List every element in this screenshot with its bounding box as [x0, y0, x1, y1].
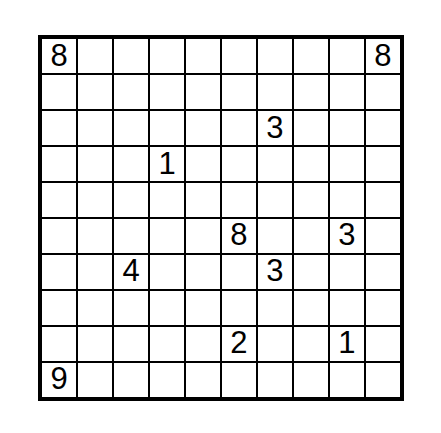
clue-number: 1	[158, 148, 175, 179]
cell[interactable]	[294, 327, 328, 361]
cell[interactable]: 8	[42, 39, 76, 73]
cell[interactable]	[42, 183, 76, 217]
clue-number: 3	[266, 112, 283, 143]
cell[interactable]	[222, 75, 256, 109]
cell[interactable]	[150, 291, 184, 325]
cell[interactable]	[294, 363, 328, 397]
cell[interactable]	[222, 111, 256, 145]
clue-number: 8	[51, 40, 68, 71]
cell[interactable]	[186, 183, 220, 217]
cell[interactable]	[42, 219, 76, 253]
cell[interactable]	[294, 111, 328, 145]
cell[interactable]	[330, 147, 364, 181]
cell[interactable]	[186, 147, 220, 181]
cell[interactable]	[150, 39, 184, 73]
cell[interactable]	[150, 219, 184, 253]
cell[interactable]	[150, 183, 184, 217]
cell[interactable]	[294, 219, 328, 253]
cell[interactable]	[366, 363, 400, 397]
cell[interactable]: 4	[114, 255, 148, 289]
cell[interactable]	[330, 255, 364, 289]
cell[interactable]	[78, 75, 112, 109]
cell[interactable]: 8	[366, 39, 400, 73]
puzzle-grid: 88318343219	[38, 35, 404, 401]
cell[interactable]: 1	[150, 147, 184, 181]
cell[interactable]	[42, 291, 76, 325]
cell[interactable]	[366, 111, 400, 145]
cell[interactable]: 9	[42, 363, 76, 397]
cell[interactable]	[114, 39, 148, 73]
cell[interactable]	[150, 363, 184, 397]
cell[interactable]	[150, 255, 184, 289]
cell[interactable]	[114, 75, 148, 109]
cell[interactable]	[186, 111, 220, 145]
cell[interactable]	[114, 327, 148, 361]
cell[interactable]	[366, 255, 400, 289]
clue-number: 8	[230, 219, 247, 250]
cell[interactable]	[258, 363, 292, 397]
clue-number: 2	[230, 327, 247, 358]
cell[interactable]	[78, 39, 112, 73]
cell[interactable]	[366, 291, 400, 325]
cell[interactable]	[78, 147, 112, 181]
cell[interactable]	[330, 363, 364, 397]
cell[interactable]	[294, 75, 328, 109]
cell[interactable]	[42, 255, 76, 289]
cell[interactable]	[150, 75, 184, 109]
puzzle-page: 88318343219	[0, 0, 441, 433]
cell[interactable]	[114, 183, 148, 217]
cell[interactable]	[186, 255, 220, 289]
cell[interactable]	[186, 291, 220, 325]
cell[interactable]	[150, 111, 184, 145]
cell[interactable]	[222, 363, 256, 397]
cell[interactable]	[330, 111, 364, 145]
clue-number: 3	[338, 219, 355, 250]
cell[interactable]: 8	[222, 219, 256, 253]
cell[interactable]	[258, 147, 292, 181]
cell[interactable]	[42, 75, 76, 109]
cell[interactable]	[330, 75, 364, 109]
cell[interactable]	[150, 327, 184, 361]
cell[interactable]	[186, 327, 220, 361]
cell[interactable]	[366, 147, 400, 181]
clue-number: 8	[374, 40, 391, 71]
cell[interactable]	[186, 219, 220, 253]
cell[interactable]	[294, 147, 328, 181]
cell[interactable]	[330, 291, 364, 325]
cell[interactable]	[294, 39, 328, 73]
cell[interactable]	[186, 75, 220, 109]
cell[interactable]	[258, 327, 292, 361]
cell[interactable]	[330, 39, 364, 73]
cell[interactable]	[78, 111, 112, 145]
cell[interactable]	[114, 291, 148, 325]
cell[interactable]	[294, 183, 328, 217]
cell[interactable]	[42, 147, 76, 181]
cell[interactable]: 2	[222, 327, 256, 361]
cell[interactable]	[78, 327, 112, 361]
cell[interactable]	[78, 219, 112, 253]
cell[interactable]	[78, 363, 112, 397]
cell[interactable]	[42, 111, 76, 145]
cell[interactable]: 3	[330, 219, 364, 253]
cell[interactable]	[366, 75, 400, 109]
clue-number: 4	[122, 255, 139, 286]
cell[interactable]	[258, 75, 292, 109]
cell[interactable]	[258, 219, 292, 253]
cell[interactable]	[294, 255, 328, 289]
cell[interactable]	[186, 363, 220, 397]
cell[interactable]	[114, 111, 148, 145]
cell[interactable]: 3	[258, 255, 292, 289]
cell[interactable]	[366, 219, 400, 253]
cell[interactable]: 1	[330, 327, 364, 361]
cell[interactable]	[78, 255, 112, 289]
cell[interactable]	[222, 147, 256, 181]
cell[interactable]	[114, 147, 148, 181]
cell[interactable]	[366, 183, 400, 217]
cell[interactable]	[222, 183, 256, 217]
clue-number: 9	[51, 363, 68, 394]
cell[interactable]	[186, 39, 220, 73]
cell[interactable]	[222, 291, 256, 325]
cell[interactable]	[114, 363, 148, 397]
cell[interactable]	[258, 291, 292, 325]
cell[interactable]	[222, 255, 256, 289]
cell[interactable]	[294, 291, 328, 325]
cell[interactable]	[114, 219, 148, 253]
cell[interactable]	[258, 39, 292, 73]
clue-number: 1	[338, 327, 355, 358]
cell[interactable]	[78, 183, 112, 217]
cell[interactable]	[78, 291, 112, 325]
cell[interactable]	[330, 183, 364, 217]
clue-number: 3	[266, 255, 283, 286]
cell[interactable]: 3	[258, 111, 292, 145]
cell[interactable]	[366, 327, 400, 361]
cell[interactable]	[222, 39, 256, 73]
cell[interactable]	[42, 327, 76, 361]
cell[interactable]	[258, 183, 292, 217]
